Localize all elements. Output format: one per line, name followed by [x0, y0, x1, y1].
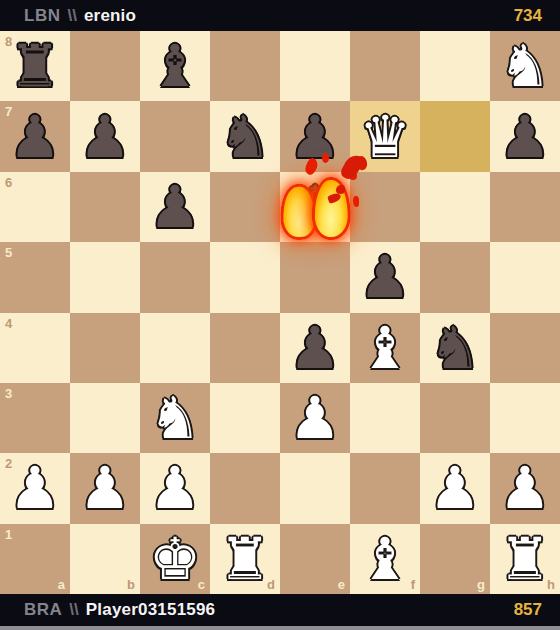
square-f7[interactable]: ♛: [350, 101, 420, 171]
square-c1[interactable]: c♚: [140, 524, 210, 594]
rank-label-3: 3: [5, 386, 12, 401]
player-rating: 857: [514, 600, 542, 620]
rank-label-6: 6: [5, 175, 12, 190]
rank-label-5: 5: [5, 245, 12, 260]
square-f5[interactable]: ♟: [350, 242, 420, 312]
file-label-a: a: [58, 577, 65, 592]
square-d1[interactable]: d♜: [210, 524, 280, 594]
file-label-f: f: [411, 577, 415, 592]
square-b8[interactable]: [70, 31, 140, 101]
player-country: BRA: [24, 600, 62, 620]
piece-white-pawn[interactable]: ♟: [280, 383, 350, 453]
square-h1[interactable]: h♜: [490, 524, 560, 594]
piece-white-bishop[interactable]: ♝: [350, 313, 420, 383]
opponent-country: LBN: [24, 6, 60, 26]
separator: \\: [69, 600, 78, 620]
file-label-g: g: [477, 577, 485, 592]
square-e8[interactable]: [280, 31, 350, 101]
piece-white-bishop[interactable]: ♝: [350, 524, 420, 594]
square-e2[interactable]: [280, 453, 350, 523]
piece-white-pawn[interactable]: ♟: [490, 453, 560, 523]
square-c3[interactable]: ♞: [140, 383, 210, 453]
square-b1[interactable]: b: [70, 524, 140, 594]
piece-black-pawn[interactable]: ♟: [140, 172, 210, 242]
square-c5[interactable]: [140, 242, 210, 312]
square-d3[interactable]: [210, 383, 280, 453]
square-e5[interactable]: [280, 242, 350, 312]
square-g6[interactable]: [420, 172, 490, 242]
square-h2[interactable]: ♟: [490, 453, 560, 523]
piece-black-pawn[interactable]: ♟: [490, 101, 560, 171]
file-label-d: d: [267, 577, 275, 592]
square-g8[interactable]: [420, 31, 490, 101]
square-b5[interactable]: [70, 242, 140, 312]
piece-white-pawn[interactable]: ♟: [420, 453, 490, 523]
square-a1[interactable]: 1a: [0, 524, 70, 594]
piece-black-knight[interactable]: ♞: [210, 101, 280, 171]
chess-board[interactable]: 8♜♝♞7♟♟♞♟♛♟6♟♚5♟4♟♝♞3♞♟2♟♟♟♟♟1abc♚d♜ef♝g…: [0, 31, 560, 594]
square-h6[interactable]: [490, 172, 560, 242]
opponent-name: erenio: [84, 6, 136, 26]
file-label-e: e: [338, 577, 345, 592]
square-g5[interactable]: [420, 242, 490, 312]
square-d4[interactable]: [210, 313, 280, 383]
square-a5[interactable]: 5: [0, 242, 70, 312]
piece-white-knight[interactable]: ♞: [140, 383, 210, 453]
piece-white-pawn[interactable]: ♟: [70, 453, 140, 523]
square-c4[interactable]: [140, 313, 210, 383]
opponent-rating: 734: [514, 6, 542, 26]
opponent-bar: LBN \\ erenio 734: [0, 0, 560, 31]
piece-black-knight[interactable]: ♞: [420, 313, 490, 383]
square-f8[interactable]: [350, 31, 420, 101]
square-g1[interactable]: g: [420, 524, 490, 594]
rank-label-7: 7: [5, 104, 12, 119]
square-b3[interactable]: [70, 383, 140, 453]
player-name: Player03151596: [86, 600, 215, 620]
square-b2[interactable]: ♟: [70, 453, 140, 523]
square-d5[interactable]: [210, 242, 280, 312]
bottom-edge-strip: [0, 626, 560, 630]
square-f4[interactable]: ♝: [350, 313, 420, 383]
square-f6[interactable]: [350, 172, 420, 242]
piece-white-knight[interactable]: ♞: [490, 31, 560, 101]
square-e4[interactable]: ♟: [280, 313, 350, 383]
piece-black-pawn[interactable]: ♟: [350, 242, 420, 312]
square-h4[interactable]: [490, 313, 560, 383]
square-c2[interactable]: ♟: [140, 453, 210, 523]
square-h5[interactable]: [490, 242, 560, 312]
rank-label-1: 1: [5, 527, 12, 542]
square-a8[interactable]: 8♜: [0, 31, 70, 101]
square-g7[interactable]: [420, 101, 490, 171]
square-c8[interactable]: ♝: [140, 31, 210, 101]
file-label-c: c: [198, 577, 205, 592]
game-screen: LBN \\ erenio 734 8♜♝♞7♟♟♞♟♛♟6♟♚5♟4♟♝♞3♞…: [0, 0, 560, 630]
square-a4[interactable]: 4: [0, 313, 70, 383]
square-g2[interactable]: ♟: [420, 453, 490, 523]
separator: \\: [67, 6, 76, 26]
square-d7[interactable]: ♞: [210, 101, 280, 171]
square-c6[interactable]: ♟: [140, 172, 210, 242]
piece-black-bishop[interactable]: ♝: [140, 31, 210, 101]
fire-spark-icon: [353, 196, 359, 207]
piece-black-pawn[interactable]: ♟: [280, 313, 350, 383]
square-g3[interactable]: [420, 383, 490, 453]
square-a6[interactable]: 6: [0, 172, 70, 242]
square-a7[interactable]: 7♟: [0, 101, 70, 171]
square-b7[interactable]: ♟: [70, 101, 140, 171]
square-d2[interactable]: [210, 453, 280, 523]
square-d8[interactable]: [210, 31, 280, 101]
piece-white-pawn[interactable]: ♟: [140, 453, 210, 523]
square-g4[interactable]: ♞: [420, 313, 490, 383]
square-e3[interactable]: ♟: [280, 383, 350, 453]
square-f2[interactable]: [350, 453, 420, 523]
square-e1[interactable]: e: [280, 524, 350, 594]
square-c7[interactable]: [140, 101, 210, 171]
square-f1[interactable]: f♝: [350, 524, 420, 594]
rank-label-4: 4: [5, 316, 12, 331]
fire-spark-icon: [322, 153, 329, 163]
file-label-h: h: [547, 577, 555, 592]
rank-label-8: 8: [5, 34, 12, 49]
square-d6[interactable]: [210, 172, 280, 242]
player-bar: BRA \\ Player03151596 857: [0, 594, 560, 626]
square-h3[interactable]: [490, 383, 560, 453]
square-a3[interactable]: 3: [0, 383, 70, 453]
piece-black-pawn[interactable]: ♟: [70, 101, 140, 171]
square-h7[interactable]: ♟: [490, 101, 560, 171]
file-label-b: b: [127, 577, 135, 592]
square-b6[interactable]: [70, 172, 140, 242]
square-b4[interactable]: [70, 313, 140, 383]
rank-label-2: 2: [5, 456, 12, 471]
square-h8[interactable]: ♞: [490, 31, 560, 101]
square-e6[interactable]: ♚: [280, 172, 350, 242]
square-f3[interactable]: [350, 383, 420, 453]
square-a2[interactable]: 2♟: [0, 453, 70, 523]
